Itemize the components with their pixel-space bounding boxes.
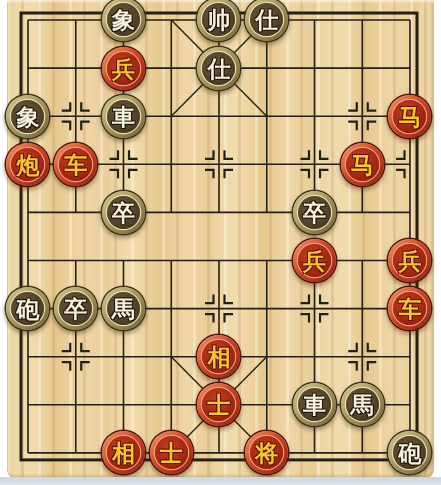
piece-glyph: 士: [160, 441, 183, 464]
piece-glyph: 马: [398, 105, 421, 128]
piece-glyph: 炮: [16, 153, 39, 176]
piece-glyph: 兵: [112, 57, 135, 80]
piece-red-general[interactable]: 将: [245, 431, 288, 474]
piece-glyph: 卒: [64, 297, 87, 320]
piece-red-elephant[interactable]: 相: [197, 335, 240, 378]
piece-black-elephant[interactable]: 象: [6, 95, 49, 138]
piece-black-elephant[interactable]: 象: [102, 0, 145, 41]
piece-glyph: 馬: [112, 297, 135, 320]
piece-glyph: 砲: [16, 297, 39, 320]
piece-black-horse[interactable]: 馬: [102, 287, 145, 330]
piece-red-soldier[interactable]: 兵: [293, 239, 336, 282]
piece-glyph: 相: [207, 345, 230, 368]
piece-black-advisor[interactable]: 仕: [245, 0, 288, 41]
piece-glyph: 士: [207, 393, 230, 416]
piece-red-elephant[interactable]: 相: [102, 431, 145, 474]
window-bottom-edge: [0, 477, 441, 485]
piece-red-chariot[interactable]: 车: [54, 143, 97, 186]
piece-black-soldier[interactable]: 卒: [102, 191, 145, 234]
pieces-layer: 象帅仕仕象車卒卒砲卒馬車馬砲兵马炮车马兵兵车相士相士将: [4, 0, 434, 477]
piece-red-horse[interactable]: 马: [388, 95, 431, 138]
piece-glyph: 马: [351, 153, 374, 176]
piece-red-soldier[interactable]: 兵: [388, 239, 431, 282]
piece-black-cannon[interactable]: 砲: [388, 431, 431, 474]
piece-glyph: 帅: [207, 8, 230, 31]
piece-glyph: 車: [303, 393, 326, 416]
piece-glyph: 卒: [112, 201, 135, 224]
piece-red-soldier[interactable]: 兵: [102, 47, 145, 90]
piece-black-chariot[interactable]: 車: [102, 95, 145, 138]
piece-glyph: 兵: [398, 249, 421, 272]
xiangqi-board[interactable]: 象帅仕仕象車卒卒砲卒馬車馬砲兵马炮车马兵兵车相士相士将: [7, 0, 434, 478]
piece-glyph: 仕: [207, 57, 230, 80]
piece-red-horse[interactable]: 马: [341, 143, 384, 186]
piece-red-advisor[interactable]: 士: [150, 431, 193, 474]
piece-glyph: 车: [398, 297, 421, 320]
piece-red-advisor[interactable]: 士: [197, 383, 240, 426]
piece-black-advisor[interactable]: 仕: [197, 47, 240, 90]
piece-black-soldier[interactable]: 卒: [54, 287, 97, 330]
piece-glyph: 仕: [255, 8, 278, 31]
piece-glyph: 卒: [303, 201, 326, 224]
piece-glyph: 相: [112, 441, 135, 464]
piece-glyph: 馬: [351, 393, 374, 416]
piece-glyph: 砲: [398, 441, 421, 464]
piece-glyph: 将: [255, 441, 278, 464]
piece-black-soldier[interactable]: 卒: [293, 191, 336, 234]
piece-black-general[interactable]: 帅: [197, 0, 240, 41]
piece-red-chariot[interactable]: 车: [388, 287, 431, 330]
screenshot-stage: 象帅仕仕象車卒卒砲卒馬車馬砲兵马炮车马兵兵车相士相士将: [0, 0, 441, 485]
piece-red-cannon[interactable]: 炮: [6, 143, 49, 186]
piece-black-chariot[interactable]: 車: [293, 383, 336, 426]
piece-black-horse[interactable]: 馬: [341, 383, 384, 426]
piece-glyph: 象: [112, 8, 135, 31]
piece-glyph: 象: [16, 105, 39, 128]
piece-black-cannon[interactable]: 砲: [6, 287, 49, 330]
piece-glyph: 车: [64, 153, 87, 176]
piece-glyph: 車: [112, 105, 135, 128]
piece-glyph: 兵: [303, 249, 326, 272]
